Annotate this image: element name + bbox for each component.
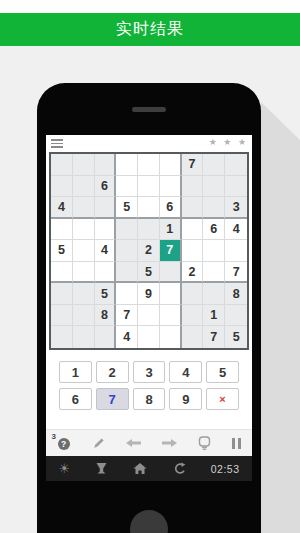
- sudoku-cell-r3c6[interactable]: 6: [160, 197, 182, 219]
- sudoku-cell-r2c5[interactable]: [138, 176, 160, 198]
- sudoku-cell-r6c4[interactable]: [116, 262, 138, 284]
- sudoku-cell-r1c9[interactable]: [225, 154, 247, 176]
- keypad: 123456789×: [59, 361, 239, 410]
- sudoku-cell-r1c1[interactable]: [51, 154, 73, 176]
- sudoku-cell-r1c6[interactable]: [160, 154, 182, 176]
- keypad-1-button[interactable]: 1: [59, 361, 92, 383]
- sudoku-cell-r9c5[interactable]: [138, 326, 160, 348]
- brightness-icon: ☀: [58, 462, 70, 475]
- sudoku-cell-r6c5[interactable]: 5: [138, 262, 160, 284]
- restart-icon: [172, 462, 186, 476]
- sudoku-cell-r4c8[interactable]: 6: [203, 219, 225, 241]
- restart-button[interactable]: [172, 462, 186, 476]
- sudoku-cell-r6c2[interactable]: [73, 262, 95, 284]
- sudoku-cell-r3c1[interactable]: 4: [51, 197, 73, 219]
- sudoku-cell-r8c8[interactable]: 1: [203, 305, 225, 327]
- keypad-4-button[interactable]: 4: [169, 361, 202, 383]
- sudoku-cell-r1c5[interactable]: [138, 154, 160, 176]
- phone-cast-shadow: [261, 83, 300, 533]
- phone-screen: ★ ★ ★ 7645631645427527598871475 12345678…: [46, 135, 252, 481]
- sudoku-cell-r7c2[interactable]: [73, 283, 95, 305]
- app-bottombar: ☀ 02:53: [46, 456, 252, 481]
- keypad-3-button[interactable]: 3: [133, 361, 166, 383]
- redo-arrow-icon: [162, 438, 177, 448]
- sudoku-cell-r7c5[interactable]: 9: [138, 283, 160, 305]
- sudoku-cell-r9c8[interactable]: 7: [203, 326, 225, 348]
- sudoku-cell-r8c9[interactable]: [225, 305, 247, 327]
- sudoku-cell-r9c9[interactable]: 5: [225, 326, 247, 348]
- sudoku-cell-r1c4[interactable]: [116, 154, 138, 176]
- keypad-7-button[interactable]: 7: [96, 388, 129, 410]
- top-white-strip: [0, 0, 300, 13]
- solve-hint-button[interactable]: [198, 436, 211, 450]
- hint-icon: ?: [58, 438, 70, 450]
- redo-button[interactable]: [162, 438, 177, 448]
- sudoku-cell-r4c3[interactable]: [95, 219, 117, 241]
- sudoku-cell-r8c5[interactable]: [138, 305, 160, 327]
- sudoku-cell-r9c6[interactable]: [160, 326, 182, 348]
- sudoku-cell-r9c2[interactable]: [73, 326, 95, 348]
- sudoku-cell-r4c1[interactable]: [51, 219, 73, 241]
- sudoku-cell-r2c7[interactable]: [182, 176, 204, 198]
- sudoku-cell-r6c8[interactable]: [203, 262, 225, 284]
- sudoku-cell-r1c8[interactable]: [203, 154, 225, 176]
- sudoku-cell-r7c9[interactable]: 8: [225, 283, 247, 305]
- sudoku-cell-r6c3[interactable]: [95, 262, 117, 284]
- pause-button[interactable]: [232, 438, 241, 449]
- sudoku-cell-r2c2[interactable]: [73, 176, 95, 198]
- sudoku-cell-r3c2[interactable]: [73, 197, 95, 219]
- keypad-delete-button[interactable]: ×: [206, 388, 239, 410]
- sudoku-cell-r8c3[interactable]: 8: [95, 305, 117, 327]
- game-timer: 02:53: [211, 463, 240, 475]
- sudoku-cell-r5c7[interactable]: [182, 240, 204, 262]
- sudoku-cell-r6c1[interactable]: [51, 262, 73, 284]
- sudoku-cell-r2c4[interactable]: [116, 176, 138, 198]
- sudoku-cell-r4c9[interactable]: 4: [225, 219, 247, 241]
- phone-home-button: [130, 510, 168, 533]
- sudoku-cell-r5c9[interactable]: [225, 240, 247, 262]
- undo-button[interactable]: [126, 438, 141, 448]
- sudoku-cell-r4c2[interactable]: [73, 219, 95, 241]
- sudoku-cell-r8c6[interactable]: [160, 305, 182, 327]
- sudoku-cell-r5c2[interactable]: [73, 240, 95, 262]
- sudoku-cell-r1c7[interactable]: 7: [182, 154, 204, 176]
- keypad-5-button[interactable]: 5: [206, 361, 239, 383]
- sudoku-cell-r4c6[interactable]: 1: [160, 219, 182, 241]
- sudoku-cell-r7c7[interactable]: [182, 283, 204, 305]
- difficulty-stars: ★ ★ ★: [209, 137, 248, 147]
- sudoku-cell-r7c3[interactable]: 5: [95, 283, 117, 305]
- hint-count-badge: 3: [52, 432, 56, 441]
- sudoku-cell-r7c8[interactable]: [203, 283, 225, 305]
- sudoku-cell-r2c9[interactable]: [225, 176, 247, 198]
- home-button[interactable]: [133, 462, 147, 475]
- undo-arrow-icon: [126, 438, 141, 448]
- sudoku-cell-r3c4[interactable]: 5: [116, 197, 138, 219]
- sudoku-cell-r9c3[interactable]: [95, 326, 117, 348]
- banner: 实时结果: [0, 13, 300, 46]
- hint-button[interactable]: 3 ?: [57, 436, 71, 450]
- sudoku-cell-r3c8[interactable]: [203, 197, 225, 219]
- sudoku-cell-r8c1[interactable]: [51, 305, 73, 327]
- sudoku-cell-r1c2[interactable]: [73, 154, 95, 176]
- sudoku-cell-r6c6[interactable]: [160, 262, 182, 284]
- sudoku-cell-r7c4[interactable]: [116, 283, 138, 305]
- sudoku-cell-r5c1[interactable]: 5: [51, 240, 73, 262]
- menu-hamburger-icon[interactable]: [51, 139, 63, 150]
- sudoku-cell-r8c7[interactable]: [182, 305, 204, 327]
- sudoku-cell-r3c7[interactable]: [182, 197, 204, 219]
- sudoku-cell-r3c5[interactable]: [138, 197, 160, 219]
- sudoku-board: 7645631645427527598871475: [49, 152, 249, 350]
- sudoku-cell-r3c9[interactable]: 3: [225, 197, 247, 219]
- sudoku-cell-r6c9[interactable]: 7: [225, 262, 247, 284]
- brightness-button[interactable]: ☀: [58, 462, 70, 475]
- keypad-6-button[interactable]: 6: [59, 388, 92, 410]
- sudoku-cell-r7c6[interactable]: [160, 283, 182, 305]
- phone-speaker: [132, 107, 166, 112]
- game-toolbar: 3 ?: [46, 429, 252, 456]
- app-topbar: ★ ★ ★: [46, 135, 252, 152]
- app-store-screenshot: 实时结果 ★ ★ ★ 7645631645427527598871475 123…: [0, 0, 300, 533]
- sudoku-cell-r4c7[interactable]: [182, 219, 204, 241]
- sudoku-cell-r4c5[interactable]: [138, 219, 160, 241]
- trophy-icon: [95, 462, 108, 475]
- sudoku-cell-r2c8[interactable]: [203, 176, 225, 198]
- sudoku-cell-r4c4[interactable]: [116, 219, 138, 241]
- sudoku-cell-r3c3[interactable]: [95, 197, 117, 219]
- banner-title: 实时结果: [116, 19, 184, 40]
- keypad-9-button[interactable]: 9: [169, 388, 202, 410]
- achievements-button[interactable]: [95, 462, 108, 475]
- pencil-icon: [92, 437, 105, 450]
- sudoku-cell-r2c6[interactable]: [160, 176, 182, 198]
- sudoku-cell-r5c5[interactable]: 2: [138, 240, 160, 262]
- sudoku-cell-r8c2[interactable]: [73, 305, 95, 327]
- sudoku-cell-r2c3[interactable]: 6: [95, 176, 117, 198]
- sudoku-cell-r6c7[interactable]: 2: [182, 262, 204, 284]
- sudoku-cell-r1c3[interactable]: [95, 154, 117, 176]
- lightbulb-icon: [198, 436, 211, 450]
- sudoku-cell-r9c4[interactable]: 4: [116, 326, 138, 348]
- sudoku-cell-r2c1[interactable]: [51, 176, 73, 198]
- keypad-8-button[interactable]: 8: [133, 388, 166, 410]
- sudoku-cell-r9c7[interactable]: [182, 326, 204, 348]
- home-icon: [133, 462, 147, 475]
- pencil-notes-button[interactable]: [92, 437, 105, 450]
- sudoku-cell-r5c6[interactable]: 7: [160, 240, 182, 262]
- phone-frame: ★ ★ ★ 7645631645427527598871475 12345678…: [37, 83, 261, 533]
- sudoku-cell-r5c8[interactable]: [203, 240, 225, 262]
- sudoku-cell-r5c4[interactable]: [116, 240, 138, 262]
- sudoku-cell-r5c3[interactable]: 4: [95, 240, 117, 262]
- sudoku-cell-r7c1[interactable]: [51, 283, 73, 305]
- keypad-2-button[interactable]: 2: [96, 361, 129, 383]
- sudoku-cell-r9c1[interactable]: [51, 326, 73, 348]
- pause-icon: [232, 438, 235, 449]
- sudoku-cell-r8c4[interactable]: 7: [116, 305, 138, 327]
